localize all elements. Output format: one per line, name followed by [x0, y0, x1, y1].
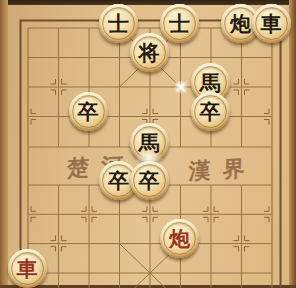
xiangqi-board: 楚河 漢界 士士炮車将馬卒卒馬卒卒炮車 [0, 0, 296, 288]
piece-glyph: 車 [252, 4, 291, 43]
sparkle-core [174, 80, 188, 94]
piece-black-卒[interactable]: 卒 [130, 161, 169, 200]
piece-black-卒[interactable]: 卒 [191, 92, 230, 131]
piece-glyph: 車 [8, 249, 47, 288]
piece-glyph: 卒 [191, 92, 230, 131]
piece-red-車[interactable]: 車 [8, 249, 47, 288]
river-label-han: 漢界 [175, 152, 270, 187]
piece-black-馬[interactable]: 馬 [130, 123, 169, 162]
piece-glyph: 卒 [69, 92, 108, 131]
piece-black-車[interactable]: 車 [252, 4, 291, 43]
piece-glyph: 炮 [160, 219, 199, 258]
piece-black-将[interactable]: 将 [130, 33, 169, 72]
piece-black-卒[interactable]: 卒 [69, 92, 108, 131]
last-move-origin-marker [171, 77, 191, 97]
piece-glyph: 馬 [130, 123, 169, 162]
piece-red-炮[interactable]: 炮 [160, 219, 199, 258]
piece-glyph: 卒 [130, 161, 169, 200]
piece-glyph: 将 [130, 33, 169, 72]
